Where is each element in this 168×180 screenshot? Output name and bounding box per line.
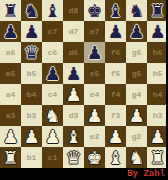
square-c6[interactable]: c6 [42,42,63,63]
square-c4[interactable]: c4 [42,84,63,105]
square-d3[interactable]: d3 [63,105,84,126]
square-g5[interactable]: g5 [126,63,147,84]
square-a1[interactable]: ♜ [0,147,21,168]
square-f5[interactable]: f5 [105,63,126,84]
square-label-a5: a5 [6,69,16,78]
square-label-g2: g2 [132,132,142,141]
square-h8[interactable]: ♜ [147,0,168,21]
square-h3[interactable]: h3 [147,105,168,126]
square-label-b1: b1 [27,153,37,162]
black-knight: ♞ [128,2,144,20]
square-f3[interactable]: f3 [105,105,126,126]
square-a6[interactable]: a6 [0,42,21,63]
white-pawn: ♟ [23,128,39,146]
black-pawn: ♟ [2,23,18,41]
square-label-g5: g5 [132,69,142,78]
white-pawn: ♟ [86,107,102,125]
square-a7[interactable]: ♟ [0,21,21,42]
black-pawn: ♟ [128,23,144,41]
square-label-d8: d8 [69,6,79,15]
white-bishop: ♝ [107,149,123,167]
square-a2[interactable]: ♟ [0,126,21,147]
square-h6[interactable]: h6 [147,42,168,63]
black-queen: ♛ [23,44,39,62]
square-e2[interactable]: e2 [84,126,105,147]
square-a5[interactable]: a5 [0,63,21,84]
white-bishop: ♝ [65,128,81,146]
square-h5[interactable]: h5 [147,63,168,84]
square-f8[interactable]: ♝ [105,0,126,21]
square-a8[interactable]: ♜ [0,0,21,21]
square-label-h4: h4 [153,90,163,99]
square-b8[interactable]: ♞ [21,0,42,21]
square-d6[interactable]: d6 [63,42,84,63]
square-h7[interactable]: ♟ [147,21,168,42]
black-rook: ♜ [2,2,18,20]
square-label-d7: d7 [69,27,79,36]
square-label-d6: d6 [69,48,79,57]
square-c7[interactable]: c7 [42,21,63,42]
square-label-c4: c4 [48,90,58,99]
square-label-b3: b3 [27,111,37,120]
credit-text: By Zahl [127,168,165,180]
square-label-e2: e2 [90,132,100,141]
white-rook: ♜ [2,149,18,167]
square-label-g4: g4 [132,90,142,99]
square-e3[interactable]: ♟ [84,105,105,126]
square-f2[interactable]: ♟ [105,126,126,147]
white-pawn: ♟ [128,107,144,125]
square-g3[interactable]: ♟ [126,105,147,126]
square-d1[interactable]: ♛ [63,147,84,168]
square-label-d3: d3 [69,111,79,120]
square-g6[interactable]: g6 [126,42,147,63]
square-h2[interactable]: ♟ [147,126,168,147]
square-label-f4: f4 [111,90,121,99]
square-label-f6: f6 [111,48,121,57]
square-f1[interactable]: ♝ [105,147,126,168]
square-label-a6: a6 [6,48,16,57]
square-label-f5: f5 [111,69,121,78]
square-h1[interactable]: ♜ [147,147,168,168]
black-pawn: ♟ [86,44,102,62]
square-label-h3: h3 [153,111,163,120]
square-d2[interactable]: ♝ [63,126,84,147]
square-e5[interactable]: e5 [84,63,105,84]
square-c2[interactable]: ♟ [42,126,63,147]
square-label-e4: e4 [90,90,100,99]
black-bishop: ♝ [44,2,60,20]
black-king: ♚ [86,2,102,20]
square-b6[interactable]: ♛ [21,42,42,63]
square-d7[interactable]: d7 [63,21,84,42]
square-label-h5: h5 [153,69,163,78]
black-pawn: ♟ [23,23,39,41]
square-c5[interactable]: ♟ [42,63,63,84]
square-e8[interactable]: ♚ [84,0,105,21]
white-queen: ♛ [65,149,81,167]
square-b1[interactable]: b1 [21,147,42,168]
black-rook: ♜ [149,2,165,20]
black-pawn: ♟ [107,23,123,41]
square-f4[interactable]: f4 [105,84,126,105]
square-label-f3: f3 [111,111,121,120]
black-pawn: ♟ [44,65,60,83]
white-knight: ♞ [44,107,60,125]
square-label-a4: a4 [6,90,16,99]
square-f6[interactable]: f6 [105,42,126,63]
white-pawn: ♟ [65,86,81,104]
square-label-b4: b4 [27,90,37,99]
square-label-c7: c7 [48,27,58,36]
square-b7[interactable]: ♟ [21,21,42,42]
black-pawn: ♟ [65,65,81,83]
square-label-a3: a3 [6,111,16,120]
square-g7[interactable]: ♟ [126,21,147,42]
black-knight: ♞ [23,2,39,20]
square-g8[interactable]: ♞ [126,0,147,21]
status-bar: By Zahl [0,168,168,180]
white-king: ♚ [86,149,102,167]
white-pawn: ♟ [149,128,165,146]
white-rook: ♜ [149,149,165,167]
chess-app-window: ♜♞♝d8♚♝♞♜♟♟c7d7e7♟♟♟a6♛c6d6♟f6g6h6a5b5♟♟… [0,0,168,180]
white-pawn: ♟ [44,128,60,146]
square-c3[interactable]: ♞ [42,105,63,126]
square-d8[interactable]: d8 [63,0,84,21]
board-right-border [166,0,168,168]
square-label-e7: e7 [90,27,100,36]
square-d5[interactable]: ♟ [63,63,84,84]
square-b5[interactable]: b5 [21,63,42,84]
square-g1[interactable]: ♞ [126,147,147,168]
black-pawn: ♟ [149,23,165,41]
chess-board: ♜♞♝d8♚♝♞♜♟♟c7d7e7♟♟♟a6♛c6d6♟f6g6h6a5b5♟♟… [0,0,168,168]
square-label-g6: g6 [132,48,142,57]
square-f7[interactable]: ♟ [105,21,126,42]
square-a3[interactable]: a3 [0,105,21,126]
square-a4[interactable]: a4 [0,84,21,105]
white-pawn: ♟ [2,128,18,146]
square-label-e5: e5 [90,69,100,78]
square-g4[interactable]: g4 [126,84,147,105]
square-b4[interactable]: b4 [21,84,42,105]
square-label-c6: c6 [48,48,58,57]
square-b2[interactable]: ♟ [21,126,42,147]
square-e6[interactable]: ♟ [84,42,105,63]
square-e7[interactable]: e7 [84,21,105,42]
square-label-b5: b5 [27,69,37,78]
square-label-c1: c1 [48,153,58,162]
square-b3[interactable]: b3 [21,105,42,126]
square-c8[interactable]: ♝ [42,0,63,21]
square-label-h6: h6 [153,48,163,57]
white-pawn: ♟ [107,128,123,146]
square-c1[interactable]: c1 [42,147,63,168]
square-d4[interactable]: ♟ [63,84,84,105]
square-g2[interactable]: g2 [126,126,147,147]
black-bishop: ♝ [107,2,123,20]
square-e1[interactable]: ♚ [84,147,105,168]
square-h4[interactable]: h4 [147,84,168,105]
white-knight: ♞ [128,149,144,167]
square-e4[interactable]: e4 [84,84,105,105]
